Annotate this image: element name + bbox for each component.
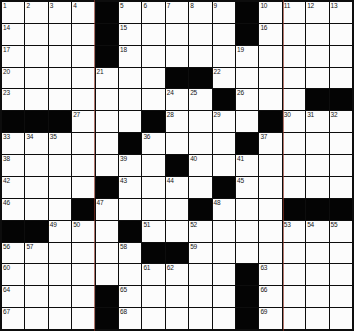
clue-number: 35	[50, 133, 57, 141]
cell-r6c10[interactable]: 29	[213, 111, 235, 132]
cell-r9c10	[213, 177, 235, 198]
cell-r1c7[interactable]: 6	[142, 2, 164, 23]
cell-r12c10[interactable]	[213, 243, 235, 264]
cell-r10c11[interactable]	[236, 199, 258, 220]
clue-number: 25	[190, 89, 197, 97]
cell-r9c4[interactable]	[72, 177, 94, 198]
cell-r4c12[interactable]	[259, 68, 281, 89]
cell-r11c15[interactable]: 55	[330, 221, 352, 242]
clue-number: 21	[97, 68, 104, 76]
clue-number: 19	[237, 46, 244, 54]
cell-r14c4[interactable]	[72, 286, 94, 307]
cell-r7c5[interactable]	[96, 133, 118, 154]
cell-r3c10[interactable]	[213, 46, 235, 67]
cell-r14c10[interactable]	[213, 286, 235, 307]
cell-r11c1	[2, 221, 24, 242]
cell-r15c2[interactable]	[25, 308, 47, 329]
clue-number: 69	[260, 308, 267, 316]
cell-r13c6[interactable]	[119, 264, 141, 285]
clue-number: 15	[120, 24, 127, 32]
clue-number: 55	[331, 221, 338, 229]
clue-number: 3	[50, 2, 53, 10]
cell-r12c6[interactable]: 58	[119, 243, 141, 264]
cell-r6c9[interactable]	[189, 111, 211, 132]
cell-r10c9	[189, 199, 211, 220]
clue-number: 59	[190, 243, 197, 251]
cell-r8c6[interactable]: 39	[119, 155, 141, 176]
cell-r4c10[interactable]: 22	[213, 68, 235, 89]
cell-r12c13[interactable]	[283, 243, 305, 264]
cell-r8c7[interactable]	[142, 155, 164, 176]
clue-number: 46	[3, 199, 10, 207]
cell-r6c5[interactable]	[96, 111, 118, 132]
clue-number: 58	[120, 243, 127, 251]
cell-r13c8[interactable]: 62	[166, 264, 188, 285]
clue-number: 43	[120, 177, 127, 185]
cell-r12c5[interactable]	[96, 243, 118, 264]
clue-number: 18	[120, 46, 127, 54]
clue-number: 30	[284, 111, 291, 119]
cell-r13c9[interactable]	[189, 264, 211, 285]
clue-number: 45	[237, 177, 244, 185]
cell-r11c9[interactable]: 52	[189, 221, 211, 242]
cell-r13c12[interactable]: 63	[259, 264, 281, 285]
cell-r6c2	[25, 111, 47, 132]
cell-r10c5[interactable]: 47	[96, 199, 118, 220]
clue-number: 67	[3, 308, 10, 316]
cell-r1c10[interactable]: 9	[213, 2, 235, 23]
cell-r11c2	[25, 221, 47, 242]
cell-r10c2[interactable]	[25, 199, 47, 220]
cell-r15c4[interactable]	[72, 308, 94, 329]
clue-number: 23	[3, 89, 10, 97]
cell-r11c12[interactable]	[259, 221, 281, 242]
cell-r8c5[interactable]	[96, 155, 118, 176]
cell-r1c12[interactable]: 10	[259, 2, 281, 23]
cell-r1c11	[236, 2, 258, 23]
cell-r9c8[interactable]: 44	[166, 177, 188, 198]
clue-number: 10	[260, 2, 267, 10]
cell-r5c11[interactable]: 26	[236, 89, 258, 110]
cell-r2c15[interactable]	[330, 24, 352, 45]
cell-r2c13[interactable]	[283, 24, 305, 45]
cell-r4c5[interactable]: 21	[96, 68, 118, 89]
cell-r14c11	[236, 286, 258, 307]
cell-r15c1[interactable]: 67	[2, 308, 24, 329]
cell-r8c3[interactable]	[49, 155, 71, 176]
cell-r5c6[interactable]	[119, 89, 141, 110]
cell-r6c3	[49, 111, 71, 132]
cell-r4c14[interactable]	[306, 68, 328, 89]
cell-r11c11[interactable]	[236, 221, 258, 242]
cell-r11c13[interactable]: 53	[283, 221, 305, 242]
cell-r1c6[interactable]: 5	[119, 2, 141, 23]
cell-r10c1[interactable]: 46	[2, 199, 24, 220]
cell-r7c8[interactable]	[166, 133, 188, 154]
cell-r2c9[interactable]	[189, 24, 211, 45]
cell-r13c11	[236, 264, 258, 285]
cell-r1c15[interactable]: 13	[330, 2, 352, 23]
cell-r9c9[interactable]	[189, 177, 211, 198]
clue-number: 1	[3, 2, 6, 10]
cell-r11c14[interactable]: 54	[306, 221, 328, 242]
clue-number: 39	[120, 155, 127, 163]
cell-r10c15	[330, 199, 352, 220]
cell-r7c9[interactable]	[189, 133, 211, 154]
clue-number: 48	[214, 199, 221, 207]
cell-r9c1[interactable]: 42	[2, 177, 24, 198]
cell-r7c10[interactable]	[213, 133, 235, 154]
cell-r3c2[interactable]	[25, 46, 47, 67]
cell-r11c8[interactable]	[166, 221, 188, 242]
clue-number: 14	[3, 24, 10, 32]
clue-number: 63	[260, 264, 267, 272]
clue-number: 26	[237, 89, 244, 97]
cell-r2c5	[96, 24, 118, 45]
cell-r12c8	[166, 243, 188, 264]
clue-number: 29	[214, 111, 221, 119]
cell-r10c6[interactable]	[119, 199, 141, 220]
cell-r2c10[interactable]	[213, 24, 235, 45]
clue-number: 17	[3, 46, 10, 54]
cell-r10c10[interactable]: 48	[213, 199, 235, 220]
cell-r6c13[interactable]: 30	[283, 111, 305, 132]
clue-number: 65	[120, 286, 127, 294]
cell-r15c15[interactable]	[330, 308, 352, 329]
clue-number: 52	[190, 221, 197, 229]
cell-r10c13	[283, 199, 305, 220]
cell-r4c3[interactable]	[49, 68, 71, 89]
cell-r3c12[interactable]	[259, 46, 281, 67]
cell-r8c2[interactable]	[25, 155, 47, 176]
cell-r15c7[interactable]	[142, 308, 164, 329]
cell-r5c15	[330, 89, 352, 110]
cell-r11c5[interactable]	[96, 221, 118, 242]
clue-number: 57	[26, 243, 33, 251]
cell-r8c12[interactable]	[259, 155, 281, 176]
cell-r15c13[interactable]	[283, 308, 305, 329]
cell-r2c4[interactable]	[72, 24, 94, 45]
cell-r8c14[interactable]	[306, 155, 328, 176]
cell-r7c14[interactable]	[306, 133, 328, 154]
clue-number: 47	[97, 199, 104, 207]
cell-r5c9[interactable]: 25	[189, 89, 211, 110]
cell-r14c2[interactable]	[25, 286, 47, 307]
cell-r6c4[interactable]: 27	[72, 111, 94, 132]
cell-r7c2[interactable]: 34	[25, 133, 47, 154]
cell-r8c11[interactable]: 41	[236, 155, 258, 176]
cell-r14c15[interactable]	[330, 286, 352, 307]
cell-r12c3[interactable]	[49, 243, 71, 264]
cell-r13c4[interactable]	[72, 264, 94, 285]
clue-number: 61	[143, 264, 150, 272]
cell-r15c3[interactable]	[49, 308, 71, 329]
cell-r8c9[interactable]: 40	[189, 155, 211, 176]
clue-number: 51	[143, 221, 150, 229]
cell-r5c2[interactable]	[25, 89, 47, 110]
cell-r10c8[interactable]	[166, 199, 188, 220]
cell-r4c11[interactable]	[236, 68, 258, 89]
clue-number: 6	[143, 2, 146, 10]
cell-r11c10[interactable]	[213, 221, 235, 242]
cell-r5c12[interactable]	[259, 89, 281, 110]
cell-r7c15[interactable]	[330, 133, 352, 154]
cell-r6c12	[259, 111, 281, 132]
cell-r14c13[interactable]	[283, 286, 305, 307]
cell-r2c1[interactable]: 14	[2, 24, 24, 45]
clue-number: 54	[307, 221, 314, 229]
cell-r8c13[interactable]	[283, 155, 305, 176]
cell-r5c14	[306, 89, 328, 110]
clue-number: 33	[3, 133, 10, 141]
cell-r8c1[interactable]: 38	[2, 155, 24, 176]
cell-r5c10	[213, 89, 235, 110]
clue-number: 24	[167, 89, 174, 97]
cell-r8c4[interactable]	[72, 155, 94, 176]
cell-r4c2[interactable]	[25, 68, 47, 89]
cell-r15c14[interactable]	[306, 308, 328, 329]
cell-r14c9[interactable]	[189, 286, 211, 307]
cell-r8c10[interactable]	[213, 155, 235, 176]
cell-r1c14[interactable]: 12	[306, 2, 328, 23]
cell-r3c13[interactable]	[283, 46, 305, 67]
cell-r13c2[interactable]	[25, 264, 47, 285]
cell-r4c13[interactable]	[283, 68, 305, 89]
cell-r12c15[interactable]	[330, 243, 352, 264]
cell-r13c13[interactable]	[283, 264, 305, 285]
cell-r1c5	[96, 2, 118, 23]
cell-r14c6[interactable]: 65	[119, 286, 141, 307]
cell-r4c15[interactable]	[330, 68, 352, 89]
cell-r11c4[interactable]: 50	[72, 221, 94, 242]
cell-r5c3[interactable]	[49, 89, 71, 110]
cell-r1c8[interactable]: 7	[166, 2, 188, 23]
cell-r4c6[interactable]	[119, 68, 141, 89]
cell-r7c11	[236, 133, 258, 154]
cell-r9c3[interactable]	[49, 177, 71, 198]
cell-r6c15[interactable]: 32	[330, 111, 352, 132]
cell-r12c1[interactable]: 56	[2, 243, 24, 264]
cell-r12c12[interactable]	[259, 243, 281, 264]
clue-number: 8	[190, 2, 193, 10]
cell-r1c4[interactable]: 4	[72, 2, 94, 23]
cell-r13c15[interactable]	[330, 264, 352, 285]
cell-r7c7[interactable]: 36	[142, 133, 164, 154]
cell-r15c10[interactable]	[213, 308, 235, 329]
clue-number: 44	[167, 177, 174, 185]
cell-r5c8[interactable]: 24	[166, 89, 188, 110]
cell-r3c4[interactable]	[72, 46, 94, 67]
cell-r9c5	[96, 177, 118, 198]
clue-number: 40	[190, 155, 197, 163]
cell-r12c4[interactable]	[72, 243, 94, 264]
cell-r2c3[interactable]	[49, 24, 71, 45]
clue-number: 20	[3, 68, 10, 76]
clue-number: 13	[331, 2, 338, 10]
cell-r7c6	[119, 133, 141, 154]
clue-number: 27	[73, 111, 80, 119]
cell-r10c3[interactable]	[49, 199, 71, 220]
cell-r11c6	[119, 221, 141, 242]
cell-r2c12[interactable]: 16	[259, 24, 281, 45]
clue-number: 41	[237, 155, 244, 163]
cell-r13c7[interactable]: 61	[142, 264, 164, 285]
cell-r10c14	[306, 199, 328, 220]
cell-r9c13[interactable]	[283, 177, 305, 198]
cell-r14c8[interactable]	[166, 286, 188, 307]
cell-r9c14[interactable]	[306, 177, 328, 198]
cell-r2c11	[236, 24, 258, 45]
cell-r7c4[interactable]	[72, 133, 94, 154]
cell-r1c9[interactable]: 8	[189, 2, 211, 23]
cell-r5c7[interactable]	[142, 89, 164, 110]
cell-r3c14[interactable]	[306, 46, 328, 67]
cell-r4c4[interactable]	[72, 68, 94, 89]
cell-r9c11[interactable]: 45	[236, 177, 258, 198]
cell-r15c6[interactable]: 68	[119, 308, 141, 329]
clue-number: 16	[260, 24, 267, 32]
clue-number: 68	[120, 308, 127, 316]
clue-number: 9	[214, 2, 217, 10]
cell-r5c1[interactable]: 23	[2, 89, 24, 110]
cell-r3c3[interactable]	[49, 46, 71, 67]
cell-r9c12[interactable]	[259, 177, 281, 198]
clue-number: 37	[260, 133, 267, 141]
cell-r1c2[interactable]: 2	[25, 2, 47, 23]
cell-r3c15[interactable]	[330, 46, 352, 67]
cell-r3c9[interactable]	[189, 46, 211, 67]
cell-r3c5	[96, 46, 118, 67]
cell-r14c14[interactable]	[306, 286, 328, 307]
cell-r13c14[interactable]	[306, 264, 328, 285]
clue-number: 36	[143, 133, 150, 141]
cell-r10c12[interactable]	[259, 199, 281, 220]
cell-r4c9	[189, 68, 211, 89]
cell-r12c7	[142, 243, 164, 264]
cell-r13c3[interactable]	[49, 264, 71, 285]
cell-r12c9[interactable]: 59	[189, 243, 211, 264]
cell-r3c7[interactable]	[142, 46, 164, 67]
cell-r10c7[interactable]	[142, 199, 164, 220]
cell-r6c14[interactable]: 31	[306, 111, 328, 132]
cell-r15c12[interactable]: 69	[259, 308, 281, 329]
cell-r6c1	[2, 111, 24, 132]
cell-r13c1[interactable]: 60	[2, 264, 24, 285]
clue-number: 66	[260, 286, 267, 294]
cell-r1c3[interactable]: 3	[49, 2, 71, 23]
cell-r12c11[interactable]	[236, 243, 258, 264]
cell-r5c5[interactable]	[96, 89, 118, 110]
cell-r8c15[interactable]	[330, 155, 352, 176]
cell-r3c6[interactable]: 18	[119, 46, 141, 67]
clue-number: 50	[73, 221, 80, 229]
cell-r14c7[interactable]	[142, 286, 164, 307]
clue-number: 62	[167, 264, 174, 272]
clue-number: 4	[73, 2, 76, 10]
cell-r7c3[interactable]: 35	[49, 133, 71, 154]
cell-r14c5	[96, 286, 118, 307]
cell-r6c11[interactable]	[236, 111, 258, 132]
cell-r4c1[interactable]: 20	[2, 68, 24, 89]
cell-r3c1[interactable]: 17	[2, 46, 24, 67]
cell-r1c13[interactable]: 11	[283, 2, 305, 23]
cell-r7c1[interactable]: 33	[2, 133, 24, 154]
cell-r9c15[interactable]	[330, 177, 352, 198]
cell-r3c8[interactable]	[166, 46, 188, 67]
cell-r4c7[interactable]	[142, 68, 164, 89]
clue-number: 64	[3, 286, 10, 294]
cell-r12c14[interactable]	[306, 243, 328, 264]
clue-number: 49	[50, 221, 57, 229]
cell-r2c6[interactable]: 15	[119, 24, 141, 45]
cell-r13c10[interactable]	[213, 264, 235, 285]
clue-number: 11	[284, 2, 290, 10]
cell-r10c4	[72, 199, 94, 220]
cell-r6c8[interactable]: 28	[166, 111, 188, 132]
crossword-board: 1234567891011121314151617181920212223242…	[0, 0, 354, 331]
cell-r9c7[interactable]	[142, 177, 164, 198]
cell-r13c5[interactable]	[96, 264, 118, 285]
cell-r2c14[interactable]	[306, 24, 328, 45]
cell-r2c7[interactable]	[142, 24, 164, 45]
cell-r14c3[interactable]	[49, 286, 71, 307]
cell-r14c12[interactable]: 66	[259, 286, 281, 307]
cell-r15c11	[236, 308, 258, 329]
clue-number: 2	[26, 2, 29, 10]
clue-number: 34	[26, 133, 33, 141]
cell-r7c13[interactable]	[283, 133, 305, 154]
clue-number: 56	[3, 243, 10, 251]
cell-r2c8[interactable]	[166, 24, 188, 45]
clue-number: 53	[284, 221, 291, 229]
clue-number: 31	[307, 111, 314, 119]
cell-r15c8[interactable]	[166, 308, 188, 329]
clue-number: 22	[214, 68, 221, 76]
cell-r3c11[interactable]: 19	[236, 46, 258, 67]
cell-r6c6[interactable]	[119, 111, 141, 132]
cell-r12c2[interactable]: 57	[25, 243, 47, 264]
clue-number: 12	[307, 2, 314, 10]
cell-r11c7[interactable]: 51	[142, 221, 164, 242]
cell-r1c1[interactable]: 1	[2, 2, 24, 23]
cell-r9c2[interactable]	[25, 177, 47, 198]
clue-number: 28	[167, 111, 174, 119]
clue-number: 42	[3, 177, 10, 185]
cell-r8c8	[166, 155, 188, 176]
cell-r14c1[interactable]: 64	[2, 286, 24, 307]
cell-r11c3[interactable]: 49	[49, 221, 71, 242]
clue-number: 60	[3, 264, 10, 272]
cell-r5c4[interactable]	[72, 89, 94, 110]
crossword-grid: 1234567891011121314151617181920212223242…	[0, 0, 354, 331]
clue-number: 32	[331, 111, 338, 119]
cell-r15c5	[96, 308, 118, 329]
cell-r6c7	[142, 111, 164, 132]
clue-number: 7	[167, 2, 170, 10]
clue-number: 38	[3, 155, 10, 163]
cell-r15c9[interactable]	[189, 308, 211, 329]
cell-r9c6[interactable]: 43	[119, 177, 141, 198]
cell-r7c12[interactable]: 37	[259, 133, 281, 154]
cell-r2c2[interactable]	[25, 24, 47, 45]
cell-r4c8	[166, 68, 188, 89]
cell-r5c13[interactable]	[283, 89, 305, 110]
clue-number: 5	[120, 2, 123, 10]
